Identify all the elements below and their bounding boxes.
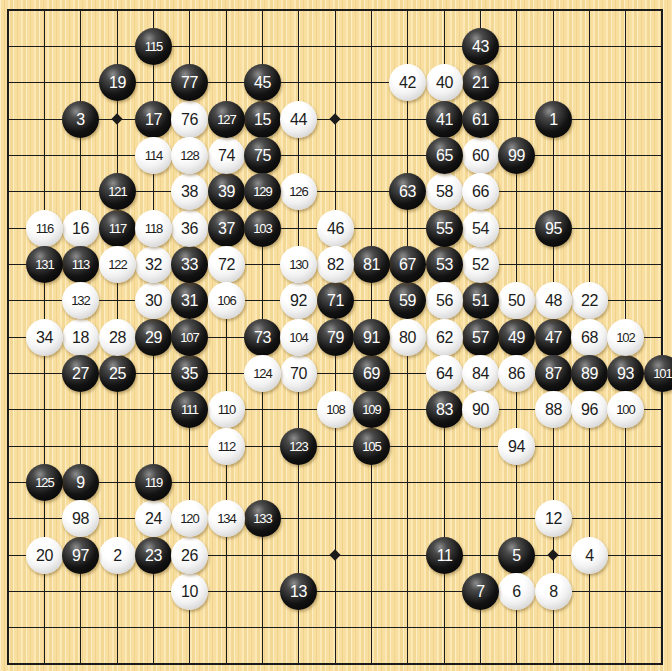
stone-white-68: 68 <box>571 319 608 356</box>
stone-white-44: 44 <box>280 101 317 138</box>
move-number-label: 101 <box>653 367 672 380</box>
stone-white-30: 30 <box>135 282 172 319</box>
stone-white-96: 96 <box>571 391 608 428</box>
move-number-label: 82 <box>327 257 344 273</box>
move-number-label: 80 <box>399 330 416 346</box>
stone-black-47: 47 <box>535 319 572 356</box>
stone-black-83: 83 <box>426 391 463 428</box>
move-number-label: 69 <box>363 366 380 382</box>
move-number-label: 134 <box>217 512 236 525</box>
move-number-label: 128 <box>180 149 199 162</box>
stone-white-64: 64 <box>426 355 463 392</box>
move-number-label: 1 <box>549 112 557 128</box>
stone-white-100: 100 <box>607 391 644 428</box>
move-number-label: 81 <box>363 257 380 273</box>
stone-black-21: 21 <box>462 64 499 101</box>
stone-white-92: 92 <box>280 282 317 319</box>
stone-black-39: 39 <box>208 173 245 210</box>
move-number-label: 100 <box>616 403 635 416</box>
move-number-label: 57 <box>472 330 489 346</box>
stone-white-122: 122 <box>99 246 136 283</box>
move-number-label: 108 <box>326 403 345 416</box>
stone-black-57: 57 <box>462 319 499 356</box>
move-number-label: 35 <box>181 366 198 382</box>
stone-white-94: 94 <box>498 428 535 465</box>
stone-black-1: 1 <box>535 101 572 138</box>
stone-white-12: 12 <box>535 500 572 537</box>
stone-white-110: 110 <box>208 391 245 428</box>
stone-white-90: 90 <box>462 391 499 428</box>
stone-black-115: 115 <box>135 28 172 65</box>
move-number-label: 44 <box>290 112 307 128</box>
move-number-label: 79 <box>327 330 344 346</box>
move-number-label: 58 <box>436 184 453 200</box>
move-number-label: 84 <box>472 366 489 382</box>
stone-black-59: 59 <box>389 282 426 319</box>
stone-black-25: 25 <box>99 355 136 392</box>
stone-black-51: 51 <box>462 282 499 319</box>
move-number-label: 110 <box>218 403 236 416</box>
move-number-label: 39 <box>218 184 235 200</box>
stone-black-71: 71 <box>317 282 354 319</box>
stone-black-89: 89 <box>571 355 608 392</box>
stone-black-23: 23 <box>135 537 172 574</box>
move-number-label: 47 <box>545 330 562 346</box>
stone-white-54: 54 <box>462 210 499 247</box>
stone-black-113: 113 <box>62 246 99 283</box>
stone-black-69: 69 <box>353 355 390 392</box>
stone-white-126: 126 <box>280 173 317 210</box>
stone-white-36: 36 <box>171 210 208 247</box>
stone-black-67: 67 <box>389 246 426 283</box>
move-number-label: 95 <box>545 221 562 237</box>
move-number-label: 130 <box>289 258 308 271</box>
move-number-label: 42 <box>399 75 416 91</box>
star-point <box>329 549 340 560</box>
move-number-label: 5 <box>512 548 520 564</box>
grid-hline <box>7 482 663 483</box>
stone-black-79: 79 <box>317 319 354 356</box>
move-number-label: 41 <box>436 112 453 128</box>
move-number-label: 73 <box>254 330 271 346</box>
move-number-label: 118 <box>145 222 163 235</box>
stone-white-70: 70 <box>280 355 317 392</box>
move-number-label: 43 <box>472 39 489 55</box>
stone-black-127: 127 <box>208 101 245 138</box>
stone-white-52: 52 <box>462 246 499 283</box>
move-number-label: 26 <box>181 548 198 564</box>
stone-white-18: 18 <box>62 319 99 356</box>
move-number-label: 96 <box>581 402 598 418</box>
move-number-label: 76 <box>181 112 198 128</box>
stone-black-73: 73 <box>244 319 281 356</box>
move-number-label: 77 <box>181 75 198 91</box>
stone-white-82: 82 <box>317 246 354 283</box>
stone-white-120: 120 <box>171 500 208 537</box>
stone-white-48: 48 <box>535 282 572 319</box>
stone-white-130: 130 <box>280 246 317 283</box>
stone-black-29: 29 <box>135 319 172 356</box>
move-number-label: 23 <box>145 548 162 564</box>
move-number-label: 33 <box>181 257 198 273</box>
stone-white-6: 6 <box>498 573 535 610</box>
move-number-label: 38 <box>181 184 198 200</box>
stone-white-104: 104 <box>280 319 317 356</box>
stone-white-116: 116 <box>26 210 63 247</box>
stone-black-5: 5 <box>498 537 535 574</box>
stone-black-77: 77 <box>171 64 208 101</box>
move-number-label: 124 <box>253 367 272 380</box>
star-point <box>547 549 558 560</box>
stone-white-40: 40 <box>426 64 463 101</box>
move-number-label: 4 <box>585 548 593 564</box>
move-number-label: 106 <box>217 294 236 307</box>
stone-white-2: 2 <box>99 537 136 574</box>
stone-white-102: 102 <box>607 319 644 356</box>
stone-black-53: 53 <box>426 246 463 283</box>
stone-white-60: 60 <box>462 137 499 174</box>
move-number-label: 102 <box>616 331 635 344</box>
move-number-label: 126 <box>289 185 308 198</box>
move-number-label: 50 <box>508 293 525 309</box>
stone-white-50: 50 <box>498 282 535 319</box>
stone-white-118: 118 <box>135 210 172 247</box>
move-number-label: 48 <box>545 293 562 309</box>
move-number-label: 60 <box>472 148 489 164</box>
stone-white-46: 46 <box>317 210 354 247</box>
stone-black-97: 97 <box>62 537 99 574</box>
stone-black-3: 3 <box>62 101 99 138</box>
move-number-label: 40 <box>436 75 453 91</box>
stone-black-117: 117 <box>99 210 136 247</box>
stone-black-31: 31 <box>171 282 208 319</box>
move-number-label: 61 <box>472 112 489 128</box>
move-number-label: 113 <box>72 258 90 271</box>
stone-black-61: 61 <box>462 101 499 138</box>
move-number-label: 93 <box>617 366 634 382</box>
move-number-label: 120 <box>180 512 199 525</box>
move-number-label: 7 <box>476 584 484 600</box>
move-number-label: 75 <box>254 148 271 164</box>
stone-white-22: 22 <box>571 282 608 319</box>
stone-black-93: 93 <box>607 355 644 392</box>
move-number-label: 19 <box>109 75 126 91</box>
stone-black-107: 107 <box>171 319 208 356</box>
stone-white-84: 84 <box>462 355 499 392</box>
stone-white-132: 132 <box>62 282 99 319</box>
move-number-label: 114 <box>145 149 163 162</box>
move-number-label: 91 <box>363 330 380 346</box>
move-number-label: 131 <box>35 258 54 271</box>
move-number-label: 46 <box>327 221 344 237</box>
move-number-label: 62 <box>436 330 453 346</box>
stone-white-76: 76 <box>171 101 208 138</box>
stone-white-8: 8 <box>535 573 572 610</box>
move-number-label: 21 <box>472 75 489 91</box>
stone-black-111: 111 <box>171 391 208 428</box>
move-number-label: 65 <box>436 148 453 164</box>
stone-white-74: 74 <box>208 137 245 174</box>
move-number-label: 3 <box>76 112 84 128</box>
stone-black-105: 105 <box>353 428 390 465</box>
stone-black-55: 55 <box>426 210 463 247</box>
move-number-label: 89 <box>581 366 598 382</box>
stone-white-128: 128 <box>171 137 208 174</box>
move-number-label: 16 <box>72 221 89 237</box>
move-number-label: 45 <box>254 75 271 91</box>
move-number-label: 119 <box>145 476 163 489</box>
stone-black-19: 19 <box>99 64 136 101</box>
move-number-label: 15 <box>254 112 271 128</box>
move-number-label: 98 <box>72 511 89 527</box>
stone-white-62: 62 <box>426 319 463 356</box>
move-number-label: 59 <box>399 293 416 309</box>
move-number-label: 54 <box>472 221 489 237</box>
go-board[interactable]: 1234567891011121315161718192021222324252… <box>0 0 672 671</box>
move-number-label: 18 <box>72 330 89 346</box>
stone-white-114: 114 <box>135 137 172 174</box>
stone-black-91: 91 <box>353 319 390 356</box>
grid-hline <box>7 446 663 447</box>
stone-white-24: 24 <box>135 500 172 537</box>
move-number-label: 88 <box>545 402 562 418</box>
stone-white-10: 10 <box>171 573 208 610</box>
stone-black-81: 81 <box>353 246 390 283</box>
move-number-label: 125 <box>35 476 54 489</box>
grid-hline <box>7 663 663 665</box>
star-point <box>329 113 340 124</box>
stone-white-20: 20 <box>26 537 63 574</box>
move-number-label: 2 <box>113 548 121 564</box>
move-number-label: 74 <box>218 148 235 164</box>
stone-black-129: 129 <box>244 173 281 210</box>
move-number-label: 25 <box>109 366 126 382</box>
move-number-label: 107 <box>180 331 199 344</box>
move-number-label: 52 <box>472 257 489 273</box>
stone-black-109: 109 <box>353 391 390 428</box>
stone-black-121: 121 <box>99 173 136 210</box>
stone-white-80: 80 <box>389 319 426 356</box>
stone-white-106: 106 <box>208 282 245 319</box>
move-number-label: 122 <box>108 258 127 271</box>
stone-white-124: 124 <box>244 355 281 392</box>
stone-black-87: 87 <box>535 355 572 392</box>
move-number-label: 31 <box>181 293 198 309</box>
stone-black-7: 7 <box>462 573 499 610</box>
stone-white-16: 16 <box>62 210 99 247</box>
grid-hline <box>7 627 663 628</box>
move-number-label: 67 <box>399 257 416 273</box>
move-number-label: 115 <box>145 40 163 53</box>
move-number-label: 8 <box>549 584 557 600</box>
stone-black-13: 13 <box>280 573 317 610</box>
move-number-label: 32 <box>145 257 162 273</box>
move-number-label: 109 <box>362 403 381 416</box>
stone-black-49: 49 <box>498 319 535 356</box>
stone-white-66: 66 <box>462 173 499 210</box>
stone-white-4: 4 <box>571 537 608 574</box>
move-number-label: 55 <box>436 221 453 237</box>
move-number-label: 34 <box>36 330 53 346</box>
stone-white-34: 34 <box>26 319 63 356</box>
move-number-label: 20 <box>36 548 53 564</box>
stone-black-65: 65 <box>426 137 463 174</box>
stone-white-38: 38 <box>171 173 208 210</box>
move-number-label: 121 <box>108 185 127 198</box>
stone-black-33: 33 <box>171 246 208 283</box>
move-number-label: 129 <box>253 185 272 198</box>
stone-white-32: 32 <box>135 246 172 283</box>
stone-white-42: 42 <box>389 64 426 101</box>
move-number-label: 6 <box>512 584 520 600</box>
stone-black-15: 15 <box>244 101 281 138</box>
move-number-label: 132 <box>71 294 90 307</box>
stone-white-28: 28 <box>99 319 136 356</box>
move-number-label: 12 <box>545 511 562 527</box>
stone-white-88: 88 <box>535 391 572 428</box>
move-number-label: 49 <box>508 330 525 346</box>
move-number-label: 94 <box>508 439 525 455</box>
stone-black-11: 11 <box>426 537 463 574</box>
stone-white-26: 26 <box>171 537 208 574</box>
grid-vline <box>661 9 663 665</box>
move-number-label: 27 <box>72 366 89 382</box>
stone-black-63: 63 <box>389 173 426 210</box>
move-number-label: 87 <box>545 366 562 382</box>
stone-black-103: 103 <box>244 210 281 247</box>
move-number-label: 68 <box>581 330 598 346</box>
stone-white-134: 134 <box>208 500 245 537</box>
stone-black-123: 123 <box>280 428 317 465</box>
stone-black-95: 95 <box>535 210 572 247</box>
move-number-label: 11 <box>437 548 453 564</box>
move-number-label: 97 <box>72 548 89 564</box>
stone-black-37: 37 <box>208 210 245 247</box>
move-number-label: 22 <box>581 293 598 309</box>
move-number-label: 17 <box>145 112 162 128</box>
move-number-label: 28 <box>109 330 126 346</box>
move-number-label: 90 <box>472 402 489 418</box>
stone-black-99: 99 <box>498 137 535 174</box>
stone-white-112: 112 <box>208 428 245 465</box>
move-number-label: 111 <box>181 403 198 416</box>
move-number-label: 66 <box>472 184 489 200</box>
move-number-label: 53 <box>436 257 453 273</box>
move-number-label: 105 <box>362 440 381 453</box>
move-number-label: 9 <box>76 475 84 491</box>
star-point <box>111 113 122 124</box>
move-number-label: 71 <box>327 293 344 309</box>
move-number-label: 37 <box>218 221 235 237</box>
stone-white-108: 108 <box>317 391 354 428</box>
stone-black-43: 43 <box>462 28 499 65</box>
move-number-label: 117 <box>109 222 127 235</box>
stone-black-17: 17 <box>135 101 172 138</box>
move-number-label: 92 <box>290 293 307 309</box>
move-number-label: 133 <box>253 512 272 525</box>
stone-black-9: 9 <box>62 464 99 501</box>
move-number-label: 116 <box>36 222 54 235</box>
move-number-label: 99 <box>508 148 525 164</box>
move-number-label: 36 <box>181 221 198 237</box>
stone-black-45: 45 <box>244 64 281 101</box>
stone-black-131: 131 <box>26 246 63 283</box>
move-number-label: 51 <box>472 293 489 309</box>
move-number-label: 103 <box>253 222 272 235</box>
move-number-label: 70 <box>290 366 307 382</box>
move-number-label: 13 <box>290 584 307 600</box>
stone-white-72: 72 <box>208 246 245 283</box>
move-number-label: 127 <box>217 113 236 126</box>
stone-black-27: 27 <box>62 355 99 392</box>
stone-white-86: 86 <box>498 355 535 392</box>
stone-black-41: 41 <box>426 101 463 138</box>
move-number-label: 112 <box>218 440 236 453</box>
stone-black-125: 125 <box>26 464 63 501</box>
move-number-label: 72 <box>218 257 235 273</box>
move-number-label: 104 <box>289 331 308 344</box>
stone-black-35: 35 <box>171 355 208 392</box>
stone-black-119: 119 <box>135 464 172 501</box>
move-number-label: 86 <box>508 366 525 382</box>
move-number-label: 24 <box>145 511 162 527</box>
move-number-label: 64 <box>436 366 453 382</box>
stone-white-58: 58 <box>426 173 463 210</box>
stone-white-56: 56 <box>426 282 463 319</box>
move-number-label: 30 <box>145 293 162 309</box>
move-number-label: 83 <box>436 402 453 418</box>
move-number-label: 10 <box>181 584 198 600</box>
stone-black-101: 101 <box>644 355 672 392</box>
move-number-label: 56 <box>436 293 453 309</box>
move-number-label: 123 <box>289 440 308 453</box>
move-number-label: 29 <box>145 330 162 346</box>
move-number-label: 63 <box>399 184 416 200</box>
stone-white-98: 98 <box>62 500 99 537</box>
stone-black-133: 133 <box>244 500 281 537</box>
stone-black-75: 75 <box>244 137 281 174</box>
